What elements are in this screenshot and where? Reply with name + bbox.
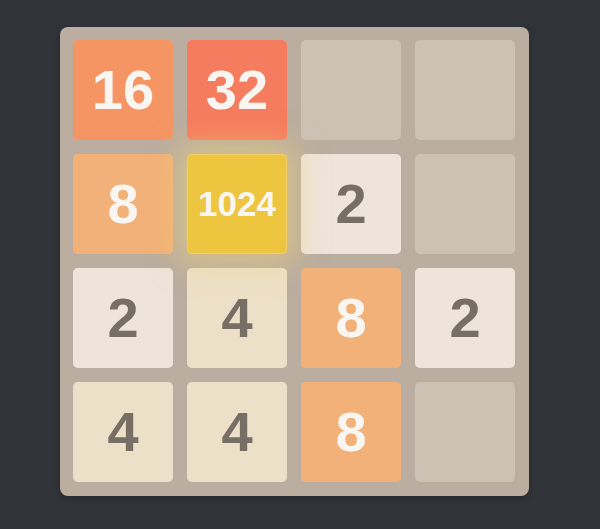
cell-with-tile-4: 4	[187, 382, 287, 482]
tile-8: 8	[73, 154, 173, 254]
tile-32: 32	[187, 40, 287, 140]
empty-cell	[415, 154, 515, 254]
tile-4: 4	[187, 382, 287, 482]
tile-2: 2	[301, 154, 401, 254]
cell-with-tile-8: 8	[301, 268, 401, 368]
cell-with-tile-32: 32	[187, 40, 287, 140]
empty-cell	[415, 382, 515, 482]
page-background: 16328102422482448	[0, 0, 600, 529]
empty-cell	[301, 40, 401, 140]
tile-8: 8	[301, 268, 401, 368]
tile-16: 16	[73, 40, 173, 140]
cell-with-tile-16: 16	[73, 40, 173, 140]
cell-with-tile-4: 4	[187, 268, 287, 368]
tile-4: 4	[73, 382, 173, 482]
tile-2: 2	[73, 268, 173, 368]
game-board-2048[interactable]: 16328102422482448	[60, 27, 529, 496]
tile-8: 8	[301, 382, 401, 482]
tile-2: 2	[415, 268, 515, 368]
cell-with-tile-2: 2	[73, 268, 173, 368]
cell-with-tile-8: 8	[73, 154, 173, 254]
cell-with-tile-2: 2	[301, 154, 401, 254]
cell-with-tile-1024: 1024	[187, 154, 287, 254]
cell-with-tile-2: 2	[415, 268, 515, 368]
cell-with-tile-8: 8	[301, 382, 401, 482]
cell-with-tile-4: 4	[73, 382, 173, 482]
tile-1024: 1024	[187, 154, 287, 254]
board-grid: 16328102422482448	[60, 27, 529, 495]
empty-cell	[415, 40, 515, 140]
tile-4: 4	[187, 268, 287, 368]
